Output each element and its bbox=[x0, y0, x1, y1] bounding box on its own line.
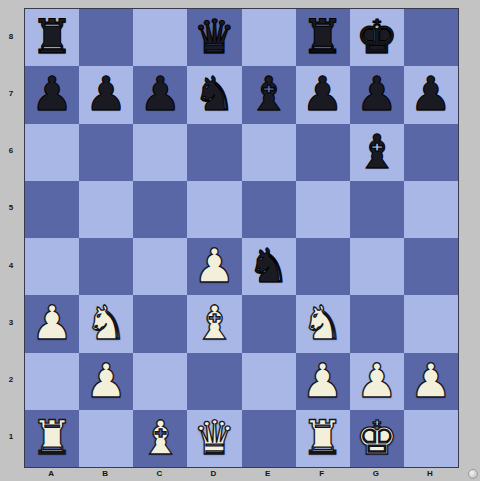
file-label-a: A bbox=[43, 469, 59, 479]
rank-label-5: 5 bbox=[0, 203, 22, 213]
white-pawn[interactable]: ♟ bbox=[85, 357, 127, 404]
square-g7[interactable]: ♟ bbox=[350, 66, 404, 123]
file-label-c: C bbox=[151, 469, 167, 479]
black-bishop[interactable]: ♝ bbox=[247, 70, 289, 117]
square-d8[interactable]: ♛ bbox=[187, 9, 241, 66]
square-a3[interactable]: ♟ bbox=[25, 295, 79, 352]
file-label-g: G bbox=[368, 469, 384, 479]
square-g8[interactable]: ♚ bbox=[350, 9, 404, 66]
square-h8[interactable] bbox=[404, 9, 458, 66]
square-b3[interactable]: ♞ bbox=[79, 295, 133, 352]
square-f8[interactable]: ♜ bbox=[296, 9, 350, 66]
white-bishop[interactable]: ♝ bbox=[193, 299, 235, 346]
file-label-e: E bbox=[260, 469, 276, 479]
square-c8[interactable] bbox=[133, 9, 187, 66]
white-pawn[interactable]: ♟ bbox=[302, 357, 344, 404]
square-f2[interactable]: ♟ bbox=[296, 353, 350, 410]
black-pawn[interactable]: ♟ bbox=[410, 70, 452, 117]
square-a6[interactable] bbox=[25, 124, 79, 181]
black-pawn[interactable]: ♟ bbox=[302, 70, 344, 117]
square-e8[interactable] bbox=[242, 9, 296, 66]
square-g2[interactable]: ♟ bbox=[350, 353, 404, 410]
square-c6[interactable] bbox=[133, 124, 187, 181]
square-a2[interactable] bbox=[25, 353, 79, 410]
file-label-b: B bbox=[97, 469, 113, 479]
square-a4[interactable] bbox=[25, 238, 79, 295]
black-knight[interactable]: ♞ bbox=[247, 242, 289, 289]
black-bishop[interactable]: ♝ bbox=[356, 128, 398, 175]
rank-label-1: 1 bbox=[0, 432, 22, 442]
rank-label-8: 8 bbox=[0, 32, 22, 42]
rank-label-4: 4 bbox=[0, 261, 22, 271]
square-d2[interactable] bbox=[187, 353, 241, 410]
file-label-d: D bbox=[205, 469, 221, 479]
square-e3[interactable] bbox=[242, 295, 296, 352]
rank-label-7: 7 bbox=[0, 89, 22, 99]
white-bishop[interactable]: ♝ bbox=[139, 414, 181, 461]
square-c4[interactable] bbox=[133, 238, 187, 295]
square-c2[interactable] bbox=[133, 353, 187, 410]
square-a7[interactable]: ♟ bbox=[25, 66, 79, 123]
square-h4[interactable] bbox=[404, 238, 458, 295]
black-pawn[interactable]: ♟ bbox=[356, 70, 398, 117]
square-c7[interactable]: ♟ bbox=[133, 66, 187, 123]
square-b4[interactable] bbox=[79, 238, 133, 295]
square-b1[interactable] bbox=[79, 410, 133, 467]
square-e1[interactable] bbox=[242, 410, 296, 467]
black-pawn[interactable]: ♟ bbox=[31, 70, 73, 117]
square-d3[interactable]: ♝ bbox=[187, 295, 241, 352]
white-pawn[interactable]: ♟ bbox=[410, 357, 452, 404]
square-f5[interactable] bbox=[296, 181, 350, 238]
square-b5[interactable] bbox=[79, 181, 133, 238]
square-e2[interactable] bbox=[242, 353, 296, 410]
square-f6[interactable] bbox=[296, 124, 350, 181]
square-d7[interactable]: ♞ bbox=[187, 66, 241, 123]
square-f3[interactable]: ♞ bbox=[296, 295, 350, 352]
square-g4[interactable] bbox=[350, 238, 404, 295]
square-e7[interactable]: ♝ bbox=[242, 66, 296, 123]
white-rook[interactable]: ♜ bbox=[302, 414, 344, 461]
square-c1[interactable]: ♝ bbox=[133, 410, 187, 467]
black-king[interactable]: ♚ bbox=[356, 13, 398, 60]
square-f4[interactable] bbox=[296, 238, 350, 295]
white-knight[interactable]: ♞ bbox=[85, 299, 127, 346]
square-g1[interactable]: ♚ bbox=[350, 410, 404, 467]
file-label-f: F bbox=[314, 469, 330, 479]
white-rook[interactable]: ♜ bbox=[31, 414, 73, 461]
square-e6[interactable] bbox=[242, 124, 296, 181]
white-pawn[interactable]: ♟ bbox=[193, 242, 235, 289]
resize-grip-icon[interactable] bbox=[468, 469, 478, 479]
square-c5[interactable] bbox=[133, 181, 187, 238]
square-b6[interactable] bbox=[79, 124, 133, 181]
white-queen[interactable]: ♛ bbox=[193, 414, 235, 461]
square-h3[interactable] bbox=[404, 295, 458, 352]
square-f7[interactable]: ♟ bbox=[296, 66, 350, 123]
square-g5[interactable] bbox=[350, 181, 404, 238]
square-h7[interactable]: ♟ bbox=[404, 66, 458, 123]
white-king[interactable]: ♚ bbox=[356, 414, 398, 461]
rank-label-6: 6 bbox=[0, 146, 22, 156]
black-pawn[interactable]: ♟ bbox=[139, 70, 181, 117]
chess-app-window: ♜♛♜♚♟♟♟♞♝♟♟♟♝♟♞♟♞♝♞♟♟♟♟♜♝♛♜♚ 87654321 AB… bbox=[0, 0, 480, 481]
chess-board: ♜♛♜♚♟♟♟♞♝♟♟♟♝♟♞♟♞♝♞♟♟♟♟♜♝♛♜♚ bbox=[24, 8, 459, 468]
rank-label-3: 3 bbox=[0, 318, 22, 328]
black-pawn[interactable]: ♟ bbox=[85, 70, 127, 117]
white-knight[interactable]: ♞ bbox=[302, 299, 344, 346]
square-b2[interactable]: ♟ bbox=[79, 353, 133, 410]
square-b8[interactable] bbox=[79, 9, 133, 66]
white-pawn[interactable]: ♟ bbox=[31, 299, 73, 346]
square-e4[interactable]: ♞ bbox=[242, 238, 296, 295]
square-h2[interactable]: ♟ bbox=[404, 353, 458, 410]
square-h6[interactable] bbox=[404, 124, 458, 181]
square-e5[interactable] bbox=[242, 181, 296, 238]
square-h1[interactable] bbox=[404, 410, 458, 467]
file-label-h: H bbox=[422, 469, 438, 479]
square-a1[interactable]: ♜ bbox=[25, 410, 79, 467]
black-knight[interactable]: ♞ bbox=[193, 70, 235, 117]
black-rook[interactable]: ♜ bbox=[302, 13, 344, 60]
square-f1[interactable]: ♜ bbox=[296, 410, 350, 467]
square-c3[interactable] bbox=[133, 295, 187, 352]
square-g3[interactable] bbox=[350, 295, 404, 352]
square-h5[interactable] bbox=[404, 181, 458, 238]
square-g6[interactable]: ♝ bbox=[350, 124, 404, 181]
square-d6[interactable] bbox=[187, 124, 241, 181]
square-d1[interactable]: ♛ bbox=[187, 410, 241, 467]
square-a5[interactable] bbox=[25, 181, 79, 238]
square-b7[interactable]: ♟ bbox=[79, 66, 133, 123]
black-rook[interactable]: ♜ bbox=[31, 13, 73, 60]
white-pawn[interactable]: ♟ bbox=[356, 357, 398, 404]
square-a8[interactable]: ♜ bbox=[25, 9, 79, 66]
black-queen[interactable]: ♛ bbox=[193, 13, 235, 60]
square-d4[interactable]: ♟ bbox=[187, 238, 241, 295]
rank-label-2: 2 bbox=[0, 375, 22, 385]
square-d5[interactable] bbox=[187, 181, 241, 238]
